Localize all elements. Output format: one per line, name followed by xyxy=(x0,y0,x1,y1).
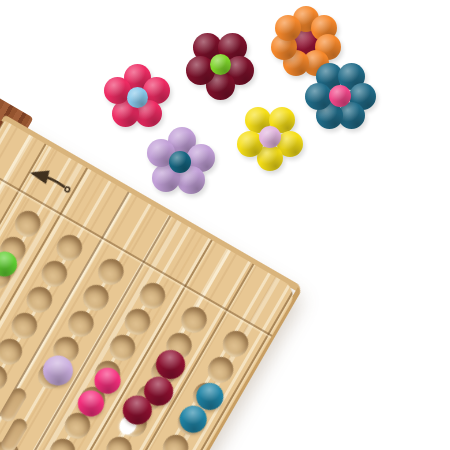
flower-petal-pom xyxy=(305,83,332,110)
hole-c0-r0[interactable] xyxy=(0,182,3,217)
flower-center-pom xyxy=(127,87,148,108)
flower-petal-pom xyxy=(275,15,301,41)
flower-center-pom xyxy=(210,54,231,75)
flower-center-pom xyxy=(329,85,351,107)
hole-c2-r4[interactable] xyxy=(0,334,26,369)
flower-center-pom xyxy=(169,151,191,173)
board-face xyxy=(0,120,298,450)
photo-stage xyxy=(0,0,450,450)
slot-depression xyxy=(0,385,28,424)
hole-c2-r5[interactable] xyxy=(0,360,11,395)
flower-center-pom xyxy=(259,126,281,148)
